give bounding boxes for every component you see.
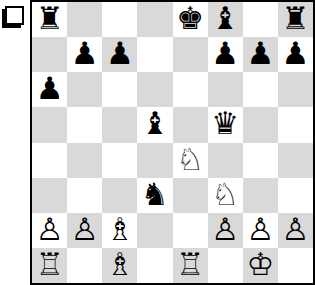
square-d6[interactable]: [137, 72, 172, 107]
square-d3[interactable]: ♞: [137, 178, 172, 213]
square-f2[interactable]: ♙: [208, 213, 243, 248]
square-a7[interactable]: [32, 37, 67, 72]
square-e3[interactable]: [173, 178, 208, 213]
white-pawn-icon: ♙: [71, 213, 99, 247]
square-c7[interactable]: ♟: [102, 37, 137, 72]
square-a1[interactable]: ♖: [32, 248, 67, 283]
square-f7[interactable]: ♟: [208, 37, 243, 72]
square-f4[interactable]: [208, 143, 243, 178]
square-h4[interactable]: [278, 143, 313, 178]
white-pawn-icon: ♙: [211, 213, 239, 247]
white-bishop-icon: ♗: [106, 248, 134, 282]
black-pawn-icon: ♟: [211, 37, 239, 71]
square-d8[interactable]: [137, 2, 172, 37]
white-knight-icon: ♘: [211, 178, 239, 212]
square-c2[interactable]: ♗: [102, 213, 137, 248]
square-e6[interactable]: [173, 72, 208, 107]
square-g7[interactable]: ♟: [243, 37, 278, 72]
square-a6[interactable]: ♟: [32, 72, 67, 107]
square-b7[interactable]: ♟: [67, 37, 102, 72]
white-pawn-icon: ♙: [282, 213, 310, 247]
square-d5[interactable]: ♝: [137, 107, 172, 142]
square-e5[interactable]: [173, 107, 208, 142]
white-pawn-icon: ♙: [246, 213, 274, 247]
black-pawn-icon: ♟: [106, 37, 134, 71]
square-h7[interactable]: ♟: [278, 37, 313, 72]
square-a5[interactable]: [32, 107, 67, 142]
square-c4[interactable]: [102, 143, 137, 178]
square-h2[interactable]: ♙: [278, 213, 313, 248]
white-rook-icon: ♖: [176, 248, 204, 282]
square-h5[interactable]: [278, 107, 313, 142]
square-c6[interactable]: [102, 72, 137, 107]
square-g6[interactable]: [243, 72, 278, 107]
square-g8[interactable]: [243, 2, 278, 37]
white-pawn-icon: ♙: [36, 213, 64, 247]
square-a4[interactable]: [32, 143, 67, 178]
square-d2[interactable]: [137, 213, 172, 248]
black-pawn-icon: ♟: [71, 37, 99, 71]
black-king-icon: ♚: [176, 2, 204, 36]
square-f3[interactable]: ♘: [208, 178, 243, 213]
square-h3[interactable]: [278, 178, 313, 213]
square-f8[interactable]: ♝: [208, 2, 243, 37]
square-b3[interactable]: [67, 178, 102, 213]
square-d7[interactable]: [137, 37, 172, 72]
black-bishop-icon: ♝: [141, 107, 169, 141]
white-rook-icon: ♖: [36, 248, 64, 282]
square-g5[interactable]: [243, 107, 278, 142]
black-knight-icon: ♞: [141, 178, 169, 212]
black-pawn-icon: ♟: [36, 72, 64, 106]
square-c1[interactable]: ♗: [102, 248, 137, 283]
square-a2[interactable]: ♙: [32, 213, 67, 248]
square-c5[interactable]: [102, 107, 137, 142]
square-b4[interactable]: [67, 143, 102, 178]
black-pawn-icon: ♟: [282, 37, 310, 71]
square-d1[interactable]: [137, 248, 172, 283]
black-pawn-icon: ♟: [246, 37, 274, 71]
square-g2[interactable]: ♙: [243, 213, 278, 248]
square-e4[interactable]: ♘: [173, 143, 208, 178]
square-e2[interactable]: [173, 213, 208, 248]
square-g1[interactable]: ♔: [243, 248, 278, 283]
chess-board: ♜♚♝♜♟♟♟♟♟♟♝♛♘♞♘♙♙♗♙♙♙♖♗♖♔: [30, 0, 315, 285]
square-f6[interactable]: [208, 72, 243, 107]
square-e8[interactable]: ♚: [173, 2, 208, 37]
square-d4[interactable]: [137, 143, 172, 178]
black-bishop-icon: ♝: [211, 2, 239, 36]
square-a8[interactable]: ♜: [32, 2, 67, 37]
white-knight-icon: ♘: [176, 143, 204, 177]
square-g4[interactable]: [243, 143, 278, 178]
square-b1[interactable]: [67, 248, 102, 283]
square-c3[interactable]: [102, 178, 137, 213]
square-b8[interactable]: [67, 2, 102, 37]
square-b5[interactable]: [67, 107, 102, 142]
square-h6[interactable]: [278, 72, 313, 107]
square-a3[interactable]: [32, 178, 67, 213]
square-g3[interactable]: [243, 178, 278, 213]
square-b2[interactable]: ♙: [67, 213, 102, 248]
white-to-move-indicator: [5, 6, 24, 25]
square-f1[interactable]: [208, 248, 243, 283]
square-h8[interactable]: ♜: [278, 2, 313, 37]
black-queen-icon: ♛: [211, 107, 239, 141]
square-e1[interactable]: ♖: [173, 248, 208, 283]
square-e7[interactable]: [173, 37, 208, 72]
square-h1[interactable]: [278, 248, 313, 283]
square-f5[interactable]: ♛: [208, 107, 243, 142]
black-rook-icon: ♜: [36, 2, 64, 36]
square-c8[interactable]: [102, 2, 137, 37]
square-b6[interactable]: [67, 72, 102, 107]
white-bishop-icon: ♗: [106, 213, 134, 247]
black-rook-icon: ♜: [282, 2, 310, 36]
white-king-icon: ♔: [246, 248, 274, 282]
